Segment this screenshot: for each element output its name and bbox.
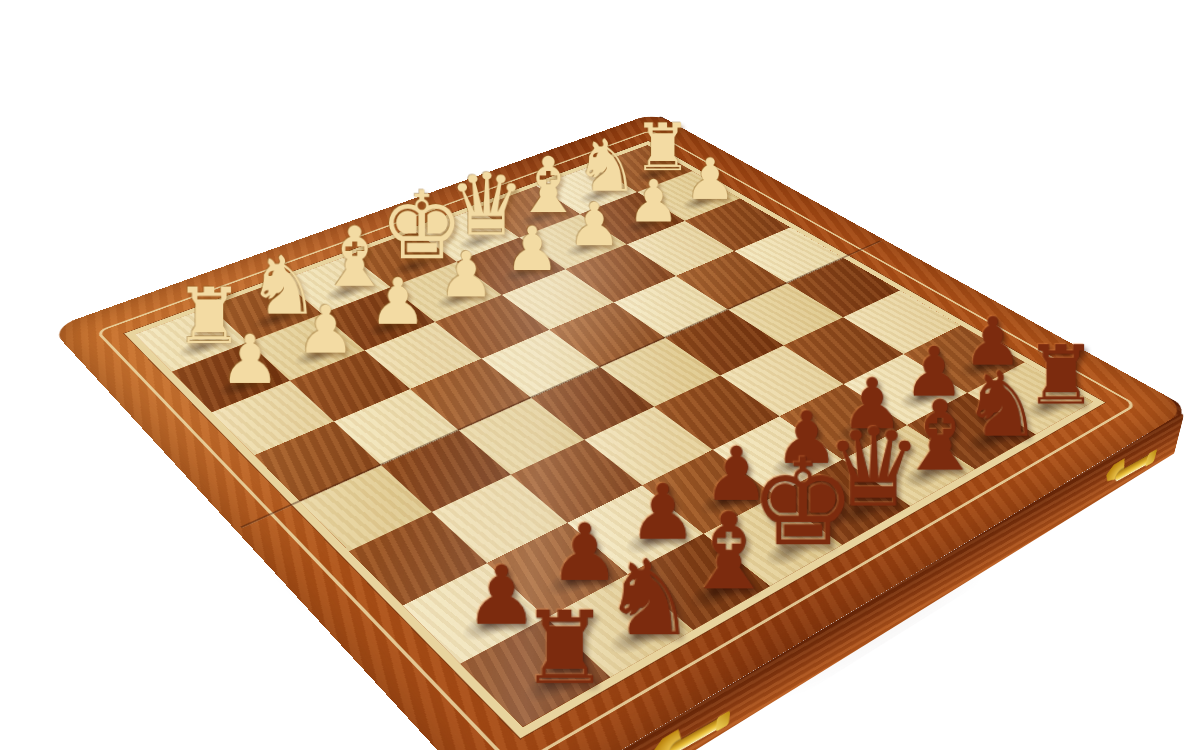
piece-white-pawn-d2[interactable]: ♟ <box>504 219 559 280</box>
piece-white-pawn-c2[interactable]: ♟ <box>567 195 620 255</box>
folding-chess-box: ♜♞♝♚♛♝♞♜♟♟♟♟♟♟♟♟♟♟♟♟♟♟♟♟♜♞♝♚♛♝♞♜ <box>51 113 1189 750</box>
piece-black-knight-g8[interactable]: ♞ <box>602 546 696 651</box>
square-h5[interactable] <box>300 465 432 551</box>
piece-white-pawn-f2[interactable]: ♟ <box>369 270 426 334</box>
board-grid: ♜♞♝♚♛♝♞♜♟♟♟♟♟♟♟♟♟♟♟♟♟♟♟♟♜♞♝♚♛♝♞♜ <box>135 145 1093 727</box>
piece-white-pawn-g2[interactable]: ♟ <box>296 298 355 364</box>
piece-white-pawn-a2[interactable]: ♟ <box>685 151 736 208</box>
board-frame: ♜♞♝♚♛♝♞♜♟♟♟♟♟♟♟♟♟♟♟♟♟♟♟♟♜♞♝♚♛♝♞♜ <box>51 113 1189 750</box>
piece-white-pawn-e2[interactable]: ♟ <box>438 244 494 307</box>
brass-latch-tip <box>715 710 730 732</box>
piece-white-pawn-b2[interactable]: ♟ <box>627 173 679 231</box>
product-photo-stage: ♜♞♝♚♛♝♞♜♟♟♟♟♟♟♟♟♟♟♟♟♟♟♟♟♜♞♝♚♛♝♞♜ <box>0 0 1200 750</box>
playing-area: ♜♞♝♚♛♝♞♜♟♟♟♟♟♟♟♟♟♟♟♟♟♟♟♟♜♞♝♚♛♝♞♜ <box>124 141 1105 738</box>
brass-latch-tip <box>1145 449 1158 467</box>
piece-white-pawn-h2[interactable]: ♟ <box>219 327 280 395</box>
piece-black-rook-h8[interactable]: ♜ <box>519 598 609 698</box>
